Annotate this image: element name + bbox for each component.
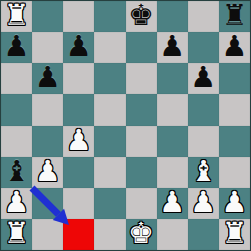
square-c8[interactable] — [63, 1, 94, 32]
square-e2[interactable] — [126, 188, 157, 219]
square-b8[interactable] — [32, 1, 63, 32]
square-e3[interactable] — [126, 157, 157, 188]
square-g7[interactable] — [188, 32, 219, 63]
white-pawn: ♟ — [66, 126, 92, 155]
square-f7[interactable]: ♟ — [157, 32, 188, 63]
chess-board: ♜♚♜♟♟♟♟♟♟♟♝♟♝♟♟♟♟♜♚♜ — [0, 0, 251, 251]
black-bishop: ♝ — [4, 157, 30, 186]
square-g1[interactable] — [188, 219, 219, 250]
board-grid: ♜♚♜♟♟♟♟♟♟♟♝♟♝♟♟♟♟♜♚♜ — [1, 1, 250, 250]
square-b5[interactable] — [32, 94, 63, 125]
square-d6[interactable] — [94, 63, 125, 94]
square-e4[interactable] — [126, 126, 157, 157]
white-pawn: ♟ — [35, 157, 61, 186]
square-d4[interactable] — [94, 126, 125, 157]
square-d7[interactable] — [94, 32, 125, 63]
square-f6[interactable] — [157, 63, 188, 94]
white-pawn: ♟ — [4, 188, 30, 217]
square-d8[interactable] — [94, 1, 125, 32]
square-h1[interactable]: ♜ — [219, 219, 250, 250]
square-h5[interactable] — [219, 94, 250, 125]
square-a7[interactable]: ♟ — [1, 32, 32, 63]
black-pawn: ♟ — [221, 32, 247, 61]
square-e1[interactable]: ♚ — [126, 219, 157, 250]
square-a5[interactable] — [1, 94, 32, 125]
square-h7[interactable]: ♟ — [219, 32, 250, 63]
square-g8[interactable] — [188, 1, 219, 32]
square-a6[interactable] — [1, 63, 32, 94]
white-rook: ♜ — [221, 219, 247, 248]
square-f8[interactable] — [157, 1, 188, 32]
square-h2[interactable]: ♟ — [219, 188, 250, 219]
square-d2[interactable] — [94, 188, 125, 219]
square-h4[interactable] — [219, 126, 250, 157]
square-g6[interactable]: ♟ — [188, 63, 219, 94]
square-h3[interactable] — [219, 157, 250, 188]
square-g3[interactable]: ♝ — [188, 157, 219, 188]
square-a1[interactable]: ♜ — [1, 219, 32, 250]
square-e7[interactable] — [126, 32, 157, 63]
square-c6[interactable] — [63, 63, 94, 94]
square-e5[interactable] — [126, 94, 157, 125]
black-rook: ♜ — [221, 1, 247, 30]
black-pawn: ♟ — [35, 63, 61, 92]
square-a4[interactable] — [1, 126, 32, 157]
square-b7[interactable] — [32, 32, 63, 63]
white-bishop: ♝ — [190, 157, 216, 186]
square-b3[interactable]: ♟ — [32, 157, 63, 188]
white-pawn: ♟ — [221, 188, 247, 217]
square-g4[interactable] — [188, 126, 219, 157]
square-c7[interactable]: ♟ — [63, 32, 94, 63]
square-g2[interactable]: ♟ — [188, 188, 219, 219]
square-e6[interactable] — [126, 63, 157, 94]
square-b1[interactable] — [32, 219, 63, 250]
black-pawn: ♟ — [4, 32, 30, 61]
square-b2[interactable] — [32, 188, 63, 219]
black-pawn: ♟ — [66, 32, 92, 61]
square-b4[interactable] — [32, 126, 63, 157]
square-h6[interactable] — [219, 63, 250, 94]
square-a2[interactable]: ♟ — [1, 188, 32, 219]
square-c5[interactable] — [63, 94, 94, 125]
square-d3[interactable] — [94, 157, 125, 188]
square-c1[interactable] — [63, 219, 94, 250]
square-b6[interactable]: ♟ — [32, 63, 63, 94]
square-f3[interactable] — [157, 157, 188, 188]
white-rook: ♜ — [4, 1, 30, 30]
square-g5[interactable] — [188, 94, 219, 125]
black-pawn: ♟ — [190, 63, 216, 92]
white-rook: ♜ — [4, 219, 30, 248]
square-a8[interactable]: ♜ — [1, 1, 32, 32]
square-f1[interactable] — [157, 219, 188, 250]
square-c4[interactable]: ♟ — [63, 126, 94, 157]
square-d1[interactable] — [94, 219, 125, 250]
square-e8[interactable]: ♚ — [126, 1, 157, 32]
square-d5[interactable] — [94, 94, 125, 125]
black-pawn: ♟ — [159, 32, 185, 61]
white-pawn: ♟ — [190, 188, 216, 217]
square-c3[interactable] — [63, 157, 94, 188]
square-f5[interactable] — [157, 94, 188, 125]
square-c2[interactable] — [63, 188, 94, 219]
square-f2[interactable]: ♟ — [157, 188, 188, 219]
white-pawn: ♟ — [159, 188, 185, 217]
square-f4[interactable] — [157, 126, 188, 157]
white-king: ♚ — [128, 219, 154, 248]
square-h8[interactable]: ♜ — [219, 1, 250, 32]
black-king: ♚ — [128, 1, 154, 30]
square-a3[interactable]: ♝ — [1, 157, 32, 188]
